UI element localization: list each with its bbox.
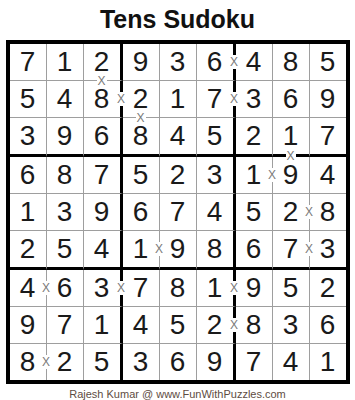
x-sum10-mark: X xyxy=(229,318,239,332)
cell-r8c1: 9 xyxy=(10,307,47,344)
cell-r3c5: 4 xyxy=(160,118,197,157)
cell-r9c3: 5 xyxy=(84,344,123,380)
cell-r4c5: 2 xyxy=(160,157,197,194)
cell-r8c3: 1 xyxy=(84,307,123,344)
cell-r1c4: 9 xyxy=(123,44,160,81)
cell-r1c2: 1 xyxy=(47,44,84,81)
cell-r4c1: 6 xyxy=(10,157,47,194)
cell-r8c4: 4 xyxy=(123,307,160,344)
cell-r7c2: 6 xyxy=(47,270,84,307)
cell-r9c2: 2 xyxy=(47,344,84,380)
cell-r9c7: 7 xyxy=(236,344,273,380)
cell-r3c9: 7 xyxy=(310,118,346,157)
cell-r4c2: 8 xyxy=(47,157,84,194)
cell-r6c1: 2 xyxy=(10,231,47,270)
cell-r6c2: 5 xyxy=(47,231,84,270)
cell-r7c9: 2 xyxy=(310,270,346,307)
cell-r1c8: 8 xyxy=(273,44,310,81)
cell-r8c2: 7 xyxy=(47,307,84,344)
cell-r8c7: 8 xyxy=(236,307,273,344)
cell-r7c5: 8 xyxy=(160,270,197,307)
x-sum10-mark: X xyxy=(116,281,126,295)
cell-r9c9: 1 xyxy=(310,344,346,380)
credit-text: Rajesh Kumar @ www.FunWithPuzzles.com xyxy=(0,388,355,400)
cell-r6c5: 9 xyxy=(160,231,197,270)
cell-r9c6: 9 xyxy=(197,344,236,380)
x-sum10-mark: X xyxy=(135,111,145,125)
x-sum10-mark: X xyxy=(304,205,314,219)
x-sum10-mark: X xyxy=(304,242,314,256)
x-sum10-mark: X xyxy=(41,355,51,369)
cell-r3c7: 2 xyxy=(236,118,273,157)
cell-r1c1: 7 xyxy=(10,44,47,81)
cell-r5c1: 1 xyxy=(10,194,47,231)
cell-r6c3: 4 xyxy=(84,231,123,270)
sudoku-grid: 7129364855482173693968452176875231941396… xyxy=(6,40,350,384)
cell-r5c9: 8 xyxy=(310,194,346,231)
cell-r3c6: 5 xyxy=(197,118,236,157)
cell-r1c5: 3 xyxy=(160,44,197,81)
cell-r2c7: 3 xyxy=(236,81,273,118)
x-sum10-mark: X xyxy=(285,149,295,163)
cell-r7c8: 5 xyxy=(273,270,310,307)
cell-r1c9: 5 xyxy=(310,44,346,81)
cell-r4c4: 5 xyxy=(123,157,160,194)
cell-r8c5: 5 xyxy=(160,307,197,344)
cell-r4c6: 3 xyxy=(197,157,236,194)
cell-r9c8: 4 xyxy=(273,344,310,380)
cell-r2c8: 6 xyxy=(273,81,310,118)
cell-r4c9: 4 xyxy=(310,157,346,194)
cell-r7c7: 9 xyxy=(236,270,273,307)
cell-r5c3: 9 xyxy=(84,194,123,231)
cell-r9c4: 3 xyxy=(123,344,160,380)
cell-r9c5: 6 xyxy=(160,344,197,380)
cell-r6c6: 8 xyxy=(197,231,236,270)
cell-r5c4: 6 xyxy=(123,194,160,231)
cell-r2c1: 5 xyxy=(10,81,47,118)
cell-r3c2: 9 xyxy=(47,118,84,157)
cell-r5c2: 3 xyxy=(47,194,84,231)
x-sum10-mark: X xyxy=(96,74,106,88)
cell-r6c7: 6 xyxy=(236,231,273,270)
cell-r7c4: 7 xyxy=(123,270,160,307)
x-sum10-mark: X xyxy=(229,92,239,106)
x-sum10-mark: X xyxy=(229,55,239,69)
cell-r4c3: 7 xyxy=(84,157,123,194)
cell-r3c1: 3 xyxy=(10,118,47,157)
x-sum10-mark: X xyxy=(229,281,239,295)
x-sum10-mark: X xyxy=(116,92,126,106)
cell-r2c5: 1 xyxy=(160,81,197,118)
cell-r2c9: 9 xyxy=(310,81,346,118)
cell-r3c3: 6 xyxy=(84,118,123,157)
cell-r2c2: 4 xyxy=(47,81,84,118)
cell-r4c8: 9 xyxy=(273,157,310,194)
cell-r6c9: 3 xyxy=(310,231,346,270)
cell-r1c7: 4 xyxy=(236,44,273,81)
puzzle-page: Tens Sudoku 7129364855482173693968452176… xyxy=(0,0,355,400)
cell-r8c9: 6 xyxy=(310,307,346,344)
cell-r5c5: 7 xyxy=(160,194,197,231)
x-sum10-mark: X xyxy=(154,242,164,256)
cell-r5c7: 5 xyxy=(236,194,273,231)
x-sum10-mark: X xyxy=(267,168,277,182)
x-sum10-mark: X xyxy=(41,281,51,295)
cell-r5c6: 4 xyxy=(197,194,236,231)
cell-r8c8: 3 xyxy=(273,307,310,344)
puzzle-title: Tens Sudoku xyxy=(0,4,355,34)
